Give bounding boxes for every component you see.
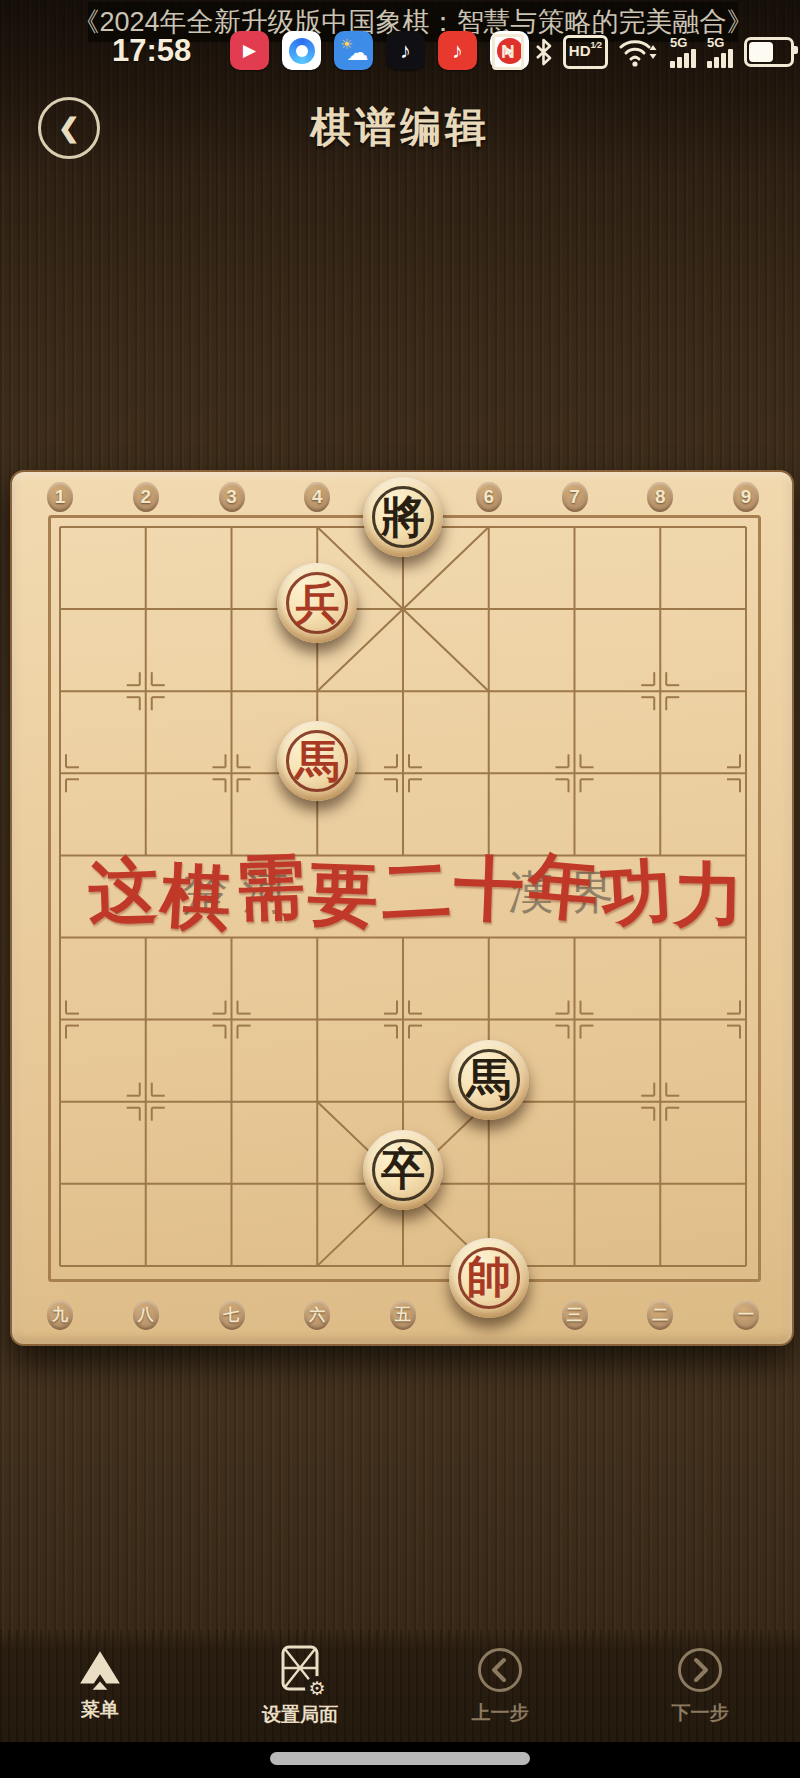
red-soldier-piece[interactable]: 兵: [277, 563, 357, 643]
piece-character: 將: [363, 477, 443, 557]
play-icon: ▶: [243, 40, 256, 61]
signal-5g-icon: 5G: [707, 36, 733, 68]
piece-character: 帥: [449, 1238, 529, 1318]
overlay-char: 需: [233, 840, 306, 936]
circle-chevron-left-icon: [476, 1646, 524, 1694]
file-label-bottom-五: 五: [390, 1300, 416, 1330]
toolbar-next-step-label: 下一步: [672, 1700, 729, 1726]
swirl-icon: [289, 38, 315, 64]
file-label-bottom-八: 八: [133, 1300, 159, 1330]
piece-character: 馬: [277, 721, 357, 801]
file-label-bottom-三: 三: [562, 1300, 588, 1330]
black-horse-piece[interactable]: 馬: [449, 1040, 529, 1120]
browser-app-icon[interactable]: [282, 31, 321, 70]
red-general-piece[interactable]: 帥: [449, 1238, 529, 1318]
file-label-bottom-七: 七: [219, 1300, 245, 1330]
overlay-char: 这: [86, 844, 159, 940]
overlay-char: 十: [453, 842, 526, 938]
bottom-toolbar: 菜单⚙设置局面上一步下一步: [0, 1630, 800, 1742]
toolbar-setup-position-button[interactable]: ⚙设置局面: [200, 1630, 400, 1742]
overlay-char: 棋: [158, 849, 233, 947]
signal-5g-icon: 5G: [670, 36, 696, 68]
black-general-piece[interactable]: 將: [363, 477, 443, 557]
toolbar-menu-label: 菜单: [81, 1697, 119, 1723]
page-title: 棋谱编辑: [0, 100, 800, 155]
overlay-char: 要: [306, 848, 379, 944]
toolbar-next-step-button[interactable]: 下一步: [600, 1630, 800, 1742]
home-indicator[interactable]: [270, 1752, 530, 1765]
piece-character: 馬: [449, 1040, 529, 1120]
toolbar-menu-button[interactable]: 菜单: [0, 1630, 200, 1742]
piece-character: 卒: [363, 1130, 443, 1210]
music-note-icon: ♪: [452, 38, 463, 64]
music-note-icon: ♪: [400, 38, 411, 64]
overlay-char: 二: [379, 843, 454, 941]
status-app-icons: ▶☀☁♪♪▶: [230, 31, 529, 70]
red-horse-piece[interactable]: 馬: [277, 721, 357, 801]
file-label-top-2: 2: [133, 482, 159, 512]
bluetooth-icon: [535, 38, 552, 66]
overlay-char: 年: [524, 838, 602, 938]
file-label-bottom-九: 九: [47, 1300, 73, 1330]
menu-mountain-icon: [77, 1649, 123, 1691]
tiktok-app-icon[interactable]: ♪: [386, 31, 425, 70]
weather-app-icon[interactable]: ☀☁: [334, 31, 373, 70]
volte-hd-icon: HD1∕2: [563, 35, 608, 69]
toolbar-prev-step-button[interactable]: 上一步: [400, 1630, 600, 1742]
piece-character: 兵: [277, 563, 357, 643]
status-system-icons: NHD1∕25G5G: [492, 34, 794, 70]
black-soldier-piece[interactable]: 卒: [363, 1130, 443, 1210]
battery-icon: [744, 37, 794, 67]
toolbar-setup-position-label: 设置局面: [262, 1702, 338, 1728]
file-label-bottom-一: 一: [733, 1300, 759, 1330]
overlay-char: 功: [599, 845, 674, 943]
wifi-icon: [619, 37, 659, 67]
sun-cloud-icon: ☀☁: [339, 38, 369, 64]
nfc-icon: N: [492, 34, 524, 70]
file-label-top-6: 6: [476, 482, 502, 512]
file-label-top-3: 3: [219, 482, 245, 512]
file-label-top-1: 1: [47, 482, 73, 512]
gear-icon: ⚙: [305, 1676, 329, 1700]
music-app-icon[interactable]: ♪: [438, 31, 477, 70]
app-screen: 《2024年全新升级版中国象棋：智慧与策略的完美融合》 17:58 ▶☀☁♪♪▶…: [0, 0, 800, 1778]
clock-time: 17:58: [112, 33, 191, 69]
video-play-app-icon[interactable]: ▶: [230, 31, 269, 70]
file-label-top-9: 9: [733, 482, 759, 512]
file-label-top-7: 7: [562, 482, 588, 512]
toolbar-prev-step-label: 上一步: [472, 1700, 529, 1726]
overlay-char: 力: [673, 848, 745, 943]
circle-chevron-right-icon: [676, 1646, 724, 1694]
board-gear-icon: ⚙: [278, 1644, 322, 1696]
red-calligraphy-overlay: 这棋需要二十年功力: [88, 846, 744, 934]
